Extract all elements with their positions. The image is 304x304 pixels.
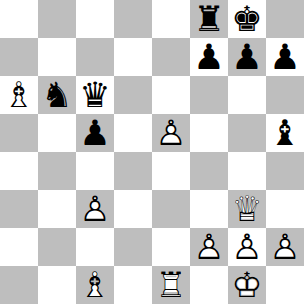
piece-black-pawn[interactable]: ♟: [266, 38, 304, 76]
square-b4[interactable]: [38, 152, 76, 190]
square-h1[interactable]: [266, 266, 304, 304]
piece-white-queen[interactable]: ♕: [228, 190, 266, 228]
square-g4[interactable]: [228, 152, 266, 190]
square-g3[interactable]: ♛♕: [228, 190, 266, 228]
square-b5[interactable]: [38, 114, 76, 152]
square-e7[interactable]: [152, 38, 190, 76]
white-bishop-fill: ♝: [76, 266, 114, 304]
square-e6[interactable]: [152, 76, 190, 114]
piece-white-bishop[interactable]: ♗: [76, 266, 114, 304]
square-a5[interactable]: [0, 114, 38, 152]
white-rook-fill: ♜: [152, 266, 190, 304]
square-b7[interactable]: [38, 38, 76, 76]
square-g7[interactable]: ♟: [228, 38, 266, 76]
square-e2[interactable]: [152, 228, 190, 266]
square-e5[interactable]: ♟♙: [152, 114, 190, 152]
white-bishop-fill: ♝: [0, 76, 38, 114]
square-f4[interactable]: [190, 152, 228, 190]
piece-black-bishop[interactable]: ♝: [266, 114, 304, 152]
square-h6[interactable]: [266, 76, 304, 114]
piece-white-pawn[interactable]: ♙: [228, 228, 266, 266]
square-a7[interactable]: [0, 38, 38, 76]
square-h5[interactable]: ♝: [266, 114, 304, 152]
piece-white-pawn[interactable]: ♙: [76, 190, 114, 228]
square-d8[interactable]: [114, 0, 152, 38]
square-d7[interactable]: [114, 38, 152, 76]
piece-black-queen[interactable]: ♛: [76, 76, 114, 114]
piece-black-knight[interactable]: ♞: [38, 76, 76, 114]
chessboard: ♜♚♟♟♟♝♗♞♛♟♟♙♝♟♙♛♕♟♙♟♙♟♙♝♗♜♖♚♔: [0, 0, 304, 304]
square-h3[interactable]: [266, 190, 304, 228]
square-h2[interactable]: ♟♙: [266, 228, 304, 266]
square-g8[interactable]: ♚: [228, 0, 266, 38]
square-d3[interactable]: [114, 190, 152, 228]
square-d2[interactable]: [114, 228, 152, 266]
piece-white-pawn[interactable]: ♙: [190, 228, 228, 266]
white-queen-fill: ♛: [228, 190, 266, 228]
square-b6[interactable]: ♞: [38, 76, 76, 114]
square-h7[interactable]: ♟: [266, 38, 304, 76]
square-f8[interactable]: ♜: [190, 0, 228, 38]
square-c8[interactable]: [76, 0, 114, 38]
piece-black-pawn[interactable]: ♟: [76, 114, 114, 152]
square-d4[interactable]: [114, 152, 152, 190]
piece-black-rook[interactable]: ♜: [190, 0, 228, 38]
white-pawn-fill: ♟: [76, 190, 114, 228]
square-b2[interactable]: [38, 228, 76, 266]
square-c4[interactable]: [76, 152, 114, 190]
square-c2[interactable]: [76, 228, 114, 266]
square-f6[interactable]: [190, 76, 228, 114]
square-d1[interactable]: [114, 266, 152, 304]
square-f5[interactable]: [190, 114, 228, 152]
square-a2[interactable]: [0, 228, 38, 266]
square-e1[interactable]: ♜♖: [152, 266, 190, 304]
square-g5[interactable]: [228, 114, 266, 152]
square-g1[interactable]: ♚♔: [228, 266, 266, 304]
piece-white-pawn[interactable]: ♙: [152, 114, 190, 152]
piece-white-bishop[interactable]: ♗: [0, 76, 38, 114]
piece-white-pawn[interactable]: ♙: [266, 228, 304, 266]
square-f1[interactable]: [190, 266, 228, 304]
square-h4[interactable]: [266, 152, 304, 190]
white-pawn-fill: ♟: [190, 228, 228, 266]
square-c7[interactable]: [76, 38, 114, 76]
square-f2[interactable]: ♟♙: [190, 228, 228, 266]
square-d5[interactable]: [114, 114, 152, 152]
square-g2[interactable]: ♟♙: [228, 228, 266, 266]
white-pawn-fill: ♟: [266, 228, 304, 266]
chessboard-grid: ♜♚♟♟♟♝♗♞♛♟♟♙♝♟♙♛♕♟♙♟♙♟♙♝♗♜♖♚♔: [0, 0, 304, 304]
square-e4[interactable]: [152, 152, 190, 190]
square-d6[interactable]: [114, 76, 152, 114]
square-a1[interactable]: [0, 266, 38, 304]
square-c6[interactable]: ♛: [76, 76, 114, 114]
square-f3[interactable]: [190, 190, 228, 228]
square-a6[interactable]: ♝♗: [0, 76, 38, 114]
square-h8[interactable]: [266, 0, 304, 38]
square-b1[interactable]: [38, 266, 76, 304]
square-e3[interactable]: [152, 190, 190, 228]
piece-white-rook[interactable]: ♖: [152, 266, 190, 304]
square-a4[interactable]: [0, 152, 38, 190]
square-c3[interactable]: ♟♙: [76, 190, 114, 228]
square-b8[interactable]: [38, 0, 76, 38]
white-pawn-fill: ♟: [228, 228, 266, 266]
piece-white-king[interactable]: ♔: [228, 266, 266, 304]
white-king-fill: ♚: [228, 266, 266, 304]
square-a8[interactable]: [0, 0, 38, 38]
square-c5[interactable]: ♟: [76, 114, 114, 152]
piece-black-king[interactable]: ♚: [228, 0, 266, 38]
white-pawn-fill: ♟: [152, 114, 190, 152]
square-e8[interactable]: [152, 0, 190, 38]
piece-black-pawn[interactable]: ♟: [228, 38, 266, 76]
square-c1[interactable]: ♝♗: [76, 266, 114, 304]
square-g6[interactable]: [228, 76, 266, 114]
piece-black-pawn[interactable]: ♟: [190, 38, 228, 76]
square-f7[interactable]: ♟: [190, 38, 228, 76]
square-b3[interactable]: [38, 190, 76, 228]
square-a3[interactable]: [0, 190, 38, 228]
